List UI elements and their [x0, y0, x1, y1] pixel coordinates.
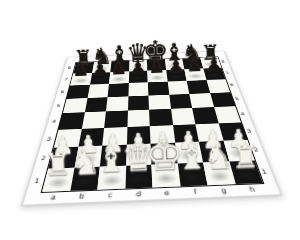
square-c2: ♟ [100, 145, 126, 166]
piece-shadow [111, 76, 127, 82]
square-a5 [63, 98, 87, 113]
square-b6 [87, 84, 109, 98]
file-label-b: b [94, 57, 112, 61]
piece-shadow [154, 172, 178, 184]
square-b3 [78, 128, 104, 147]
square-d4 [127, 110, 150, 127]
piece-shadow [130, 75, 146, 81]
file-label-c: c [111, 56, 129, 59]
square-b2: ♟ [74, 146, 102, 168]
rank-label-6: 6 [59, 85, 66, 98]
square-d5 [127, 95, 149, 110]
piece-shadow [178, 149, 201, 160]
square-c4 [104, 111, 127, 128]
file-label-b: b [67, 191, 96, 199]
piece-shadow [127, 173, 150, 185]
file-label-e: e [147, 55, 165, 58]
square-b7: ♟ [90, 72, 111, 85]
piece-shadow [51, 154, 74, 165]
square-d8: ♛ [129, 60, 148, 71]
file-label-d: d [124, 189, 153, 197]
piece-shadow [45, 176, 70, 188]
piece-shadow [187, 73, 204, 79]
square-b5 [84, 97, 107, 112]
square-b4 [81, 111, 106, 128]
piece-shadow [149, 74, 165, 80]
square-f8: ♝ [165, 58, 185, 69]
square-a7: ♟ [70, 73, 92, 86]
piece-shadow [73, 175, 97, 187]
file-label-h: h [199, 53, 218, 56]
square-e4 [149, 109, 172, 126]
piece-shadow [153, 150, 175, 161]
square-h4 [214, 106, 241, 123]
square-c6 [108, 83, 129, 97]
piece-shadow [72, 77, 89, 83]
square-f4 [171, 108, 196, 125]
file-label-a: a [76, 58, 94, 62]
rank-label-8: 8 [66, 62, 72, 73]
piece-shadow [202, 148, 225, 159]
board-scene: abcdefgh abcdefgh 87654321 87654321 ♜♞♝♛… [46, 7, 250, 211]
square-a1: ♜ [42, 167, 74, 192]
square-a3 [54, 128, 82, 147]
piece-shadow [91, 76, 108, 82]
piece-shadow [77, 153, 100, 164]
piece-shadow [130, 64, 145, 70]
file-label-c: c [96, 190, 125, 198]
piece-shadow [207, 170, 232, 182]
file-label-g: g [209, 186, 239, 194]
piece-shadow [166, 62, 182, 68]
file-label-f: f [164, 54, 182, 57]
piece-shadow [233, 168, 259, 180]
square-f1: ♝ [177, 162, 207, 186]
square-g4 [192, 107, 218, 124]
square-c8: ♝ [110, 61, 129, 72]
square-d1: ♛ [125, 164, 153, 188]
square-e5 [148, 94, 170, 109]
square-c7: ♟ [109, 71, 129, 84]
piece-shadow [75, 66, 91, 72]
rank-label-7: 7 [63, 73, 70, 85]
square-d3 [126, 126, 150, 145]
square-f7: ♟ [166, 69, 187, 81]
vinyl-chess-mat: abcdefgh abcdefgh 87654321 87654321 ♜♞♝♛… [21, 51, 282, 206]
piece-shadow [180, 171, 204, 183]
square-e1: ♚ [151, 163, 180, 187]
square-a6 [67, 85, 90, 99]
square-d6 [128, 82, 148, 96]
file-label-h: h [237, 185, 268, 193]
piece-shadow [102, 152, 124, 163]
square-h3 [218, 122, 247, 141]
piece-shadow [148, 63, 164, 69]
square-c5 [106, 96, 128, 111]
square-f5 [169, 94, 192, 109]
piece-shadow [168, 73, 185, 79]
chess-set-photo: abcdefgh abcdefgh 87654321 87654321 ♜♞♝♛… [0, 0, 300, 240]
file-label-d: d [129, 55, 147, 58]
square-h7: ♟ [203, 68, 226, 80]
piece-shadow [184, 62, 201, 68]
file-label-e: e [153, 188, 182, 196]
piece-shadow [202, 61, 219, 67]
file-label-g: g [182, 53, 200, 56]
square-e2: ♟ [151, 143, 178, 164]
square-d2: ♟ [126, 144, 152, 165]
piece-shadow [100, 174, 123, 186]
file-label-f: f [181, 187, 210, 195]
piece-shadow [128, 151, 149, 162]
square-e6 [148, 82, 169, 96]
piece-shadow [227, 147, 251, 158]
square-d7: ♟ [128, 71, 147, 84]
square-h6 [206, 79, 230, 93]
square-h5 [210, 92, 236, 107]
square-e8: ♚ [147, 59, 166, 70]
square-c1: ♝ [97, 165, 125, 189]
square-b8: ♞ [92, 61, 112, 73]
square-e3 [150, 125, 175, 144]
square-h8: ♜ [200, 57, 221, 68]
square-g2: ♟ [199, 141, 229, 162]
square-g6 [187, 80, 210, 94]
square-f6 [167, 81, 189, 95]
square-h2: ♟ [223, 140, 254, 161]
piece-shadow [94, 65, 110, 71]
square-b1: ♞ [70, 166, 100, 191]
square-c3 [102, 127, 127, 146]
piece-shadow [112, 65, 128, 71]
square-e7: ♟ [147, 70, 167, 83]
file-label-a: a [38, 193, 68, 201]
piece-shadow [206, 72, 224, 78]
